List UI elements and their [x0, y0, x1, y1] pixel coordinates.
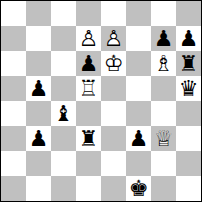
square-h7[interactable]: ♟: [176, 26, 201, 51]
square-c3[interactable]: [51, 126, 76, 151]
square-d3[interactable]: ♜: [76, 126, 101, 151]
white-pawn[interactable]: ♟♙: [101, 26, 126, 51]
square-a3[interactable]: [1, 126, 26, 151]
black-pawn[interactable]: ♟: [26, 76, 51, 101]
square-g8[interactable]: [151, 1, 176, 26]
black-pawn-glyph: ♟: [29, 76, 49, 101]
black-pawn-glyph: ♟: [179, 26, 199, 51]
square-c1[interactable]: [51, 176, 76, 201]
black-bishop-glyph: ♝: [54, 101, 74, 126]
square-a5[interactable]: [1, 76, 26, 101]
white-bishop-glyph: ♗: [154, 51, 174, 76]
chess-board: ♟♙♟♙♟♟♟♚♔♝♗♜♟♜♖♛♝♟♜♟♛♕♚: [0, 0, 202, 202]
black-pawn-glyph: ♟: [129, 126, 149, 151]
black-rook[interactable]: ♜: [176, 51, 201, 76]
black-rook-glyph: ♜: [79, 126, 99, 151]
square-a7[interactable]: [1, 26, 26, 51]
white-bishop[interactable]: ♝♗: [151, 51, 176, 76]
square-d4[interactable]: [76, 101, 101, 126]
white-king[interactable]: ♚♔: [101, 51, 126, 76]
black-rook[interactable]: ♜: [76, 126, 101, 151]
square-g6[interactable]: ♝♗: [151, 51, 176, 76]
black-pawn-glyph: ♟: [29, 126, 49, 151]
square-d1[interactable]: [76, 176, 101, 201]
square-a8[interactable]: [1, 1, 26, 26]
square-c2[interactable]: [51, 151, 76, 176]
square-c7[interactable]: [51, 26, 76, 51]
square-a6[interactable]: [1, 51, 26, 76]
black-pawn-glyph: ♟: [154, 26, 174, 51]
square-b3[interactable]: ♟: [26, 126, 51, 151]
square-c6[interactable]: [51, 51, 76, 76]
square-b6[interactable]: [26, 51, 51, 76]
square-f2[interactable]: [126, 151, 151, 176]
square-g3[interactable]: ♛♕: [151, 126, 176, 151]
square-g1[interactable]: [151, 176, 176, 201]
square-a4[interactable]: [1, 101, 26, 126]
square-h3[interactable]: [176, 126, 201, 151]
square-c4[interactable]: ♝: [51, 101, 76, 126]
square-g2[interactable]: [151, 151, 176, 176]
square-b2[interactable]: [26, 151, 51, 176]
square-c8[interactable]: [51, 1, 76, 26]
square-b7[interactable]: [26, 26, 51, 51]
white-rook[interactable]: ♜♖: [76, 76, 101, 101]
square-g7[interactable]: ♟: [151, 26, 176, 51]
white-pawn-glyph: ♙: [79, 26, 99, 51]
black-king[interactable]: ♚: [126, 176, 151, 201]
white-pawn-glyph: ♙: [104, 26, 124, 51]
square-d5[interactable]: ♜♖: [76, 76, 101, 101]
black-bishop[interactable]: ♝: [51, 101, 76, 126]
square-f8[interactable]: [126, 1, 151, 26]
square-d6[interactable]: ♟: [76, 51, 101, 76]
square-e7[interactable]: ♟♙: [101, 26, 126, 51]
black-king-glyph: ♚: [129, 176, 149, 201]
square-d2[interactable]: [76, 151, 101, 176]
black-pawn-glyph: ♟: [79, 51, 99, 76]
square-g5[interactable]: [151, 76, 176, 101]
square-b4[interactable]: [26, 101, 51, 126]
black-pawn[interactable]: ♟: [26, 126, 51, 151]
square-e6[interactable]: ♚♔: [101, 51, 126, 76]
square-b5[interactable]: ♟: [26, 76, 51, 101]
square-e3[interactable]: [101, 126, 126, 151]
square-h2[interactable]: [176, 151, 201, 176]
black-queen[interactable]: ♛: [176, 76, 201, 101]
white-king-glyph: ♔: [104, 51, 124, 76]
square-f5[interactable]: [126, 76, 151, 101]
square-b8[interactable]: [26, 1, 51, 26]
square-e2[interactable]: [101, 151, 126, 176]
square-e1[interactable]: [101, 176, 126, 201]
square-b1[interactable]: [26, 176, 51, 201]
square-f4[interactable]: [126, 101, 151, 126]
square-h8[interactable]: [176, 1, 201, 26]
square-h4[interactable]: [176, 101, 201, 126]
square-h1[interactable]: [176, 176, 201, 201]
white-pawn[interactable]: ♟♙: [76, 26, 101, 51]
square-c5[interactable]: [51, 76, 76, 101]
square-h5[interactable]: ♛: [176, 76, 201, 101]
black-pawn[interactable]: ♟: [151, 26, 176, 51]
white-rook-glyph: ♖: [79, 76, 99, 101]
black-pawn[interactable]: ♟: [126, 126, 151, 151]
square-d7[interactable]: ♟♙: [76, 26, 101, 51]
white-queen[interactable]: ♛♕: [151, 126, 176, 151]
square-a2[interactable]: [1, 151, 26, 176]
white-queen-glyph: ♕: [154, 126, 174, 151]
square-e4[interactable]: [101, 101, 126, 126]
black-queen-glyph: ♛: [179, 76, 199, 101]
black-pawn[interactable]: ♟: [76, 51, 101, 76]
black-pawn[interactable]: ♟: [176, 26, 201, 51]
square-e5[interactable]: [101, 76, 126, 101]
square-f3[interactable]: ♟: [126, 126, 151, 151]
square-e8[interactable]: [101, 1, 126, 26]
square-f1[interactable]: ♚: [126, 176, 151, 201]
square-h6[interactable]: ♜: [176, 51, 201, 76]
square-f7[interactable]: [126, 26, 151, 51]
square-g4[interactable]: [151, 101, 176, 126]
square-d8[interactable]: [76, 1, 101, 26]
square-f6[interactable]: [126, 51, 151, 76]
square-a1[interactable]: [1, 176, 26, 201]
black-rook-glyph: ♜: [179, 51, 199, 76]
